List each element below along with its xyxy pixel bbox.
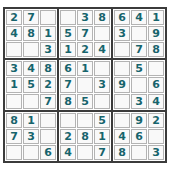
cell-r8c4[interactable]: 2	[60, 129, 76, 144]
cell-r5c2[interactable]: 5	[23, 77, 39, 92]
cell-r7c9[interactable]: 2	[148, 113, 164, 128]
box-3: 6413978	[112, 8, 166, 59]
cell-r6c7[interactable]	[114, 94, 130, 109]
cell-r6c9[interactable]: 4	[148, 94, 164, 109]
cell-r7c2[interactable]: 1	[23, 113, 39, 128]
cell-r8c6[interactable]: 1	[94, 129, 110, 144]
box-5: 617385	[58, 59, 112, 110]
cell-r4c8[interactable]: 5	[131, 61, 147, 76]
cell-r2c3[interactable]: 1	[40, 26, 56, 41]
cell-r1c4[interactable]	[60, 10, 76, 25]
cell-r8c8[interactable]: 6	[131, 129, 147, 144]
cell-r1c7[interactable]: 6	[114, 10, 130, 25]
cell-r7c3[interactable]	[40, 113, 56, 128]
cell-r6c3[interactable]: 7	[40, 94, 56, 109]
cell-r7c4[interactable]	[60, 113, 76, 128]
cell-r3c1[interactable]	[6, 42, 22, 57]
cell-r2c6[interactable]	[94, 26, 110, 41]
cell-r3c4[interactable]: 1	[60, 42, 76, 57]
cell-r8c3[interactable]	[40, 129, 56, 144]
cell-r5c6[interactable]: 3	[94, 77, 110, 92]
cell-r8c7[interactable]: 4	[114, 129, 130, 144]
cell-r1c9[interactable]: 1	[148, 10, 164, 25]
cell-r8c1[interactable]: 7	[6, 129, 22, 144]
cell-r2c1[interactable]: 4	[6, 26, 22, 41]
cell-r4c9[interactable]	[148, 61, 164, 76]
cell-r9c4[interactable]: 4	[60, 145, 76, 160]
cell-r1c2[interactable]: 7	[23, 10, 39, 25]
cell-r3c7[interactable]	[114, 42, 130, 57]
cell-r3c5[interactable]: 2	[77, 42, 93, 57]
cell-r3c3[interactable]: 3	[40, 42, 56, 57]
cell-r1c3[interactable]	[40, 10, 56, 25]
cell-r7c8[interactable]: 9	[131, 113, 147, 128]
cell-r3c9[interactable]: 8	[148, 42, 164, 57]
cell-r9c8[interactable]	[131, 145, 147, 160]
cell-r7c5[interactable]	[77, 113, 93, 128]
cell-r6c1[interactable]	[6, 94, 22, 109]
cell-r3c8[interactable]: 7	[131, 42, 147, 57]
cell-r6c4[interactable]: 8	[60, 94, 76, 109]
cell-r5c5[interactable]	[77, 77, 93, 92]
cell-r2c5[interactable]: 7	[77, 26, 93, 41]
cell-r4c3[interactable]: 8	[40, 61, 56, 76]
cell-r8c9[interactable]	[148, 129, 164, 144]
cell-r3c2[interactable]	[23, 42, 39, 57]
cell-r6c5[interactable]: 5	[77, 94, 93, 109]
cell-r3c6[interactable]: 4	[94, 42, 110, 57]
cell-r7c6[interactable]: 5	[94, 113, 110, 128]
cell-r5c8[interactable]	[131, 77, 147, 92]
cell-r9c6[interactable]: 7	[94, 145, 110, 160]
box-1: 274813	[4, 8, 58, 59]
cell-r7c7[interactable]	[114, 113, 130, 128]
cell-r1c8[interactable]: 4	[131, 10, 147, 25]
box-2: 3857124	[58, 8, 112, 59]
cell-r2c9[interactable]: 9	[148, 26, 164, 41]
cell-r5c1[interactable]: 1	[6, 77, 22, 92]
cell-r5c3[interactable]: 2	[40, 77, 56, 92]
cell-r4c5[interactable]: 1	[77, 61, 93, 76]
cell-r5c4[interactable]: 7	[60, 77, 76, 92]
cell-r4c4[interactable]: 6	[60, 61, 76, 76]
cell-r7c1[interactable]: 8	[6, 113, 22, 128]
cell-r4c6[interactable]	[94, 61, 110, 76]
cell-r8c2[interactable]: 3	[23, 129, 39, 144]
cell-r1c1[interactable]: 2	[6, 10, 22, 25]
cell-r2c7[interactable]: 3	[114, 26, 130, 41]
cell-r2c2[interactable]: 8	[23, 26, 39, 41]
cell-r2c8[interactable]	[131, 26, 147, 41]
cell-r1c6[interactable]: 8	[94, 10, 110, 25]
cell-r9c5[interactable]	[77, 145, 93, 160]
cell-r9c2[interactable]	[23, 145, 39, 160]
box-8: 528147	[58, 111, 112, 162]
cell-r6c6[interactable]	[94, 94, 110, 109]
box-4: 3481527	[4, 59, 58, 110]
cell-r9c3[interactable]: 6	[40, 145, 56, 160]
box-7: 81736	[4, 111, 58, 162]
sudoku-board: 2748133857124641397834815276173855963481…	[3, 7, 167, 163]
cell-r9c9[interactable]: 3	[148, 145, 164, 160]
cell-r9c7[interactable]: 8	[114, 145, 130, 160]
cell-r1c5[interactable]: 3	[77, 10, 93, 25]
cell-r4c7[interactable]	[114, 61, 130, 76]
cell-r4c1[interactable]: 3	[6, 61, 22, 76]
cell-r6c2[interactable]	[23, 94, 39, 109]
box-6: 59634	[112, 59, 166, 110]
cell-r4c2[interactable]: 4	[23, 61, 39, 76]
cell-r5c7[interactable]: 9	[114, 77, 130, 92]
cell-r8c5[interactable]: 8	[77, 129, 93, 144]
cell-r9c1[interactable]	[6, 145, 22, 160]
cell-r2c4[interactable]: 5	[60, 26, 76, 41]
cell-r5c9[interactable]: 6	[148, 77, 164, 92]
box-9: 924683	[112, 111, 166, 162]
cell-r6c8[interactable]: 3	[131, 94, 147, 109]
